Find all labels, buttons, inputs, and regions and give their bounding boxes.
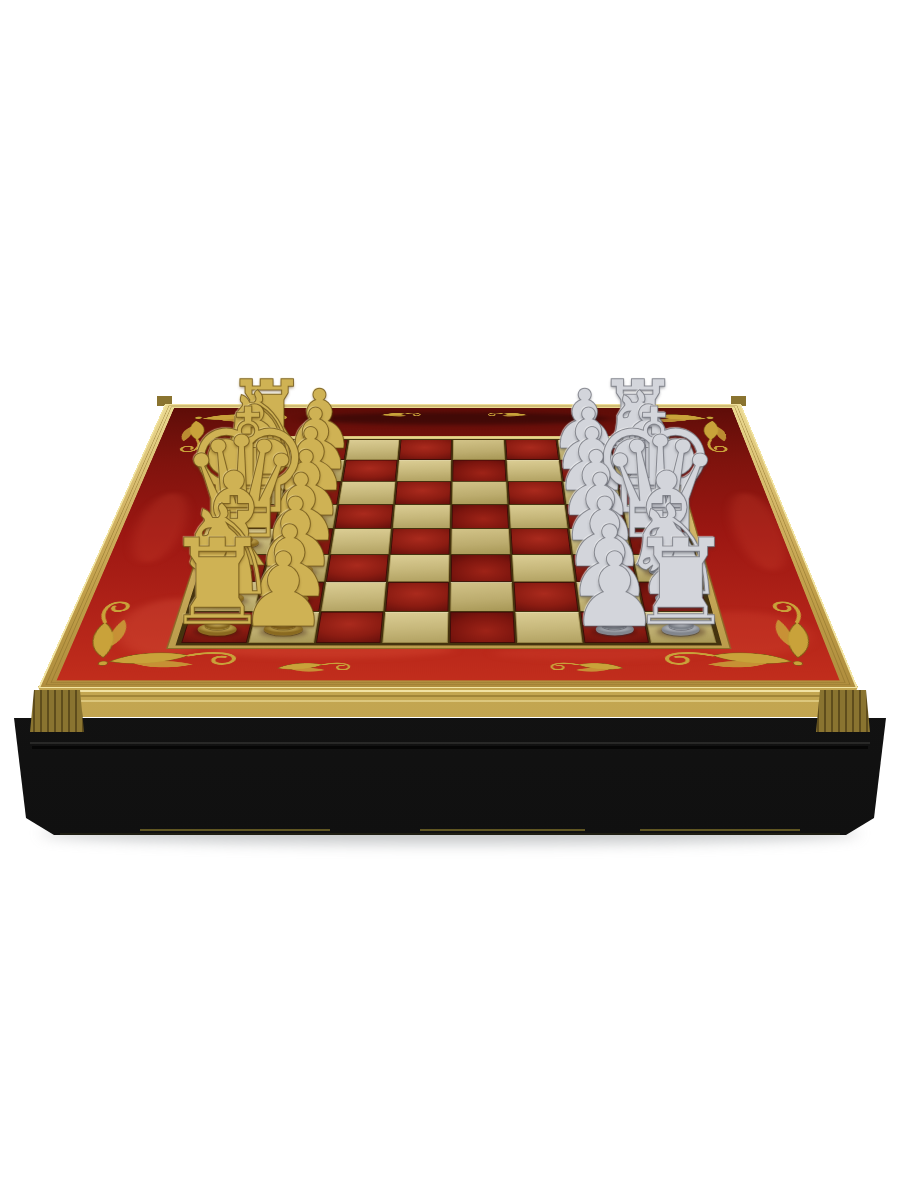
square-h8 — [610, 440, 666, 460]
gold-corner-boss — [793, 661, 802, 665]
square-h7 — [557, 440, 612, 460]
case-bottom-edge — [60, 833, 840, 835]
gold-leaf-scrollwork — [380, 413, 427, 418]
case-gold-glint — [420, 829, 585, 831]
square-b8 — [639, 582, 708, 611]
square-f7 — [563, 482, 621, 504]
gold-leaf-scrollwork — [199, 413, 300, 424]
square-e3 — [334, 504, 393, 528]
square-c1 — [200, 555, 267, 582]
square-d6 — [510, 529, 570, 554]
square-b5 — [450, 582, 513, 611]
checkerboard-grid — [181, 440, 716, 643]
square-f1 — [225, 482, 286, 504]
square-d3 — [330, 529, 391, 554]
square-d7 — [569, 529, 631, 554]
square-e7 — [566, 504, 626, 528]
square-h3 — [346, 440, 400, 460]
square-e2 — [276, 504, 337, 528]
board-face-molding — [44, 695, 854, 697]
square-g7 — [560, 460, 616, 481]
square-b2 — [256, 582, 324, 611]
enamel-swirl-highlight — [300, 412, 612, 424]
square-a7 — [580, 612, 649, 643]
square-e8 — [623, 504, 685, 528]
square-c3 — [326, 555, 389, 582]
square-c7 — [572, 555, 636, 582]
square-d1 — [209, 529, 274, 554]
square-a4 — [383, 612, 449, 643]
square-d5 — [451, 529, 510, 554]
gold-corner-boss — [707, 417, 714, 419]
square-g2 — [287, 460, 344, 481]
gold-leaf-scrollwork — [539, 662, 625, 675]
square-b7 — [576, 582, 643, 611]
square-c2 — [263, 555, 328, 582]
square-c6 — [512, 555, 574, 582]
square-c8 — [633, 555, 699, 582]
case-gold-glint — [140, 829, 330, 831]
square-a2 — [248, 612, 318, 643]
square-e4 — [393, 504, 450, 528]
square-g6 — [506, 460, 561, 481]
gold-leaf-scrollwork — [482, 413, 528, 418]
square-e5 — [452, 504, 509, 528]
enamel-swirl-highlight — [122, 493, 197, 563]
square-g1 — [232, 460, 291, 481]
square-e1 — [217, 504, 280, 528]
square-c4 — [388, 555, 449, 582]
board-face-molding — [44, 690, 854, 692]
square-g4 — [397, 460, 451, 481]
square-d4 — [391, 529, 450, 554]
square-f4 — [395, 482, 451, 504]
enamel-swirl-highlight — [721, 493, 798, 571]
square-h5 — [453, 440, 505, 460]
square-b6 — [513, 582, 578, 611]
square-f3 — [338, 482, 395, 504]
case-lid-highlight — [30, 742, 870, 744]
square-f6 — [508, 482, 564, 504]
square-e6 — [509, 504, 567, 528]
square-h2 — [292, 440, 347, 460]
square-d2 — [270, 529, 333, 554]
square-b3 — [321, 582, 387, 611]
square-b1 — [191, 582, 261, 611]
square-a3 — [316, 612, 384, 643]
case-gold-glint — [640, 829, 800, 831]
square-g3 — [342, 460, 398, 481]
square-a8 — [645, 612, 716, 643]
chessboard — [38, 404, 858, 688]
square-f8 — [618, 482, 678, 504]
square-d8 — [628, 529, 692, 554]
case-lid-seam — [32, 746, 868, 749]
square-h4 — [399, 440, 451, 460]
gold-leaf-scrollwork — [608, 413, 709, 424]
square-g8 — [614, 460, 672, 481]
square-c5 — [451, 555, 512, 582]
square-a1 — [181, 612, 254, 643]
square-h1 — [238, 440, 295, 460]
board-face-molding — [44, 700, 854, 702]
square-a5 — [450, 612, 515, 643]
chess-set-photo: ♜♟♟♜♞♟♟♞♝♟♟♝♚♟♟♚♛♟♟♛♝♟♟♝♞♟♟♞♜♟♟♜ — [0, 0, 900, 1200]
square-a6 — [515, 612, 582, 643]
square-g5 — [452, 460, 506, 481]
square-f5 — [452, 482, 507, 504]
square-f2 — [281, 482, 340, 504]
square-h6 — [505, 440, 558, 460]
square-b4 — [385, 582, 448, 611]
gold-leaf-scrollwork — [275, 662, 361, 675]
